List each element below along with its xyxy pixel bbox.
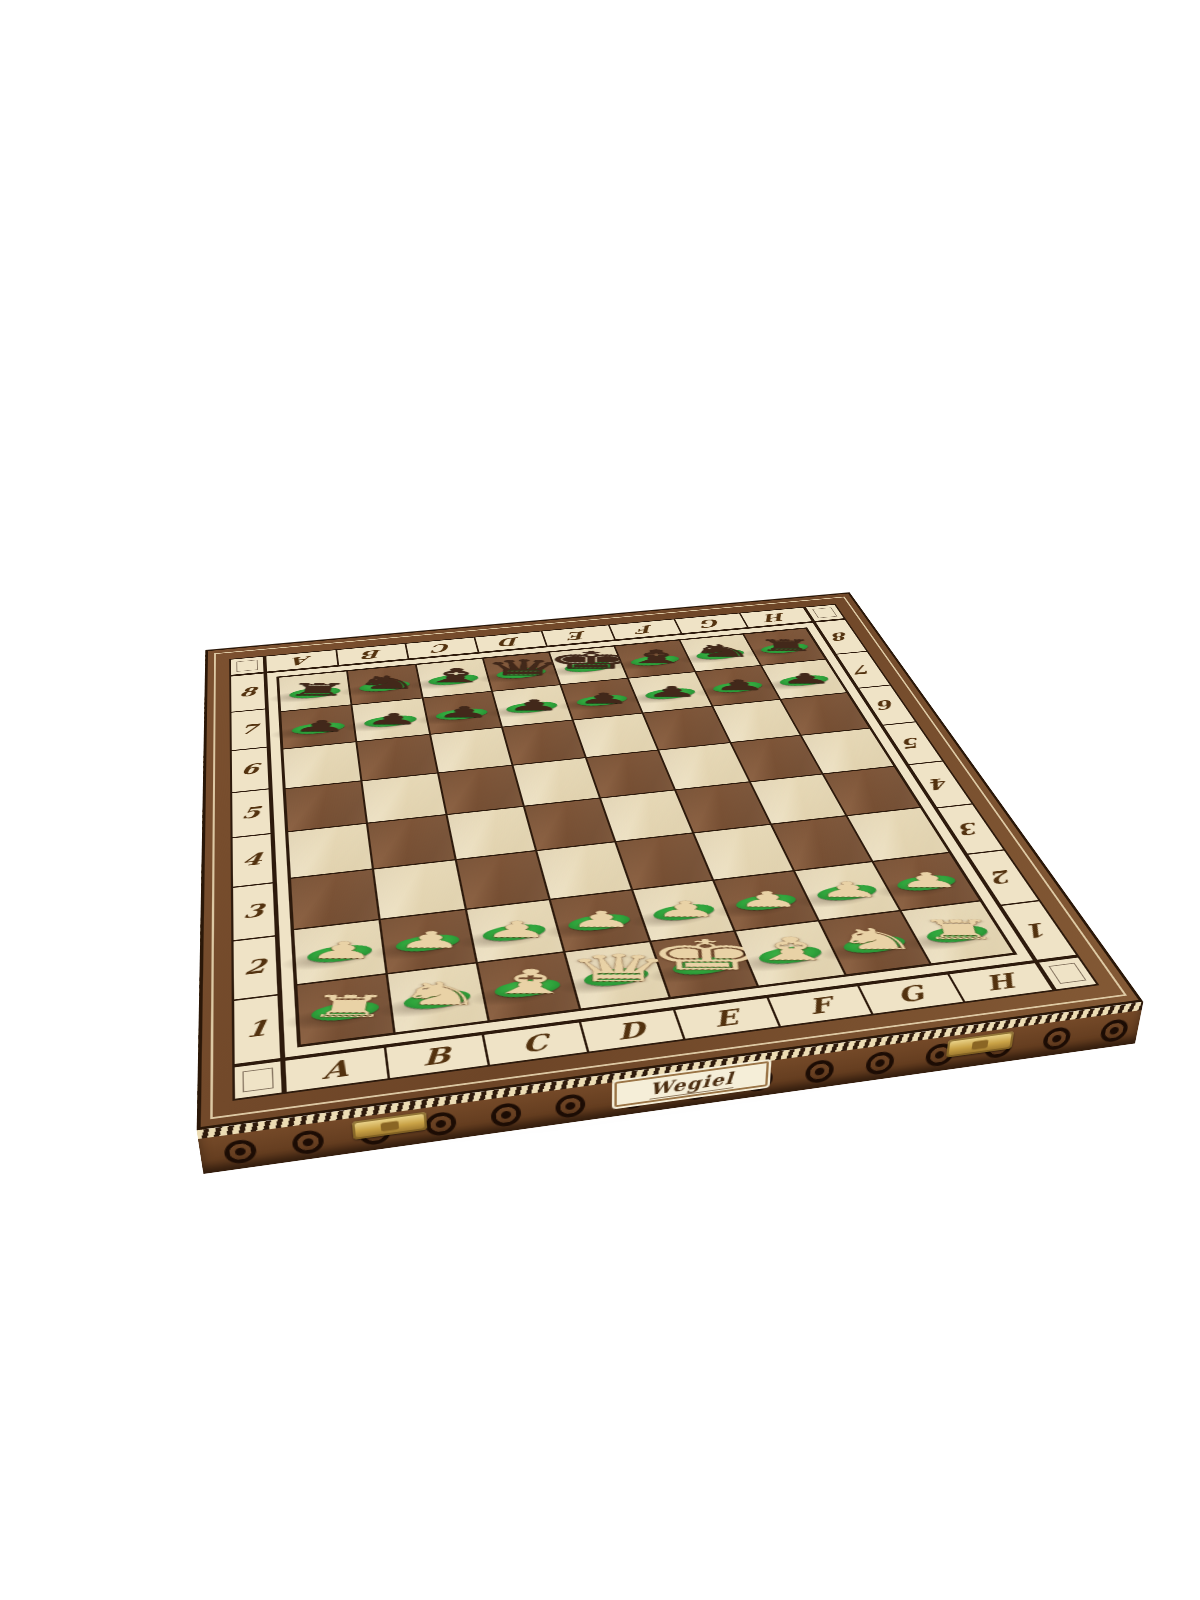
square-c6 [431,727,511,772]
white-bishop: ♝ [482,966,578,997]
coord-label-7: 7 [231,708,266,750]
black-pawn: ♟ [507,699,562,713]
coord-label-4: 4 [233,833,273,886]
green-felt-base [651,902,717,923]
coord-label-1: 1 [1001,900,1076,960]
square-f3 [695,825,792,879]
piece-shadow [280,1002,379,1035]
piece-shadow [540,914,633,942]
coord-glyph: 1 [244,1015,270,1042]
piece-shadow [789,884,882,911]
black-pawn: ♟ [778,672,833,685]
coord-glyph: 4 [928,775,953,793]
white-king: ♚ [645,936,769,974]
square-a5 [286,781,366,831]
coord-label-2: 2 [234,935,278,999]
square-c5 [439,766,523,814]
square-b8: ♞ [348,665,421,704]
square-e5 [587,750,674,797]
coord-label-6: 6 [232,747,269,792]
white-pawn: ♟ [306,941,378,962]
frame-corner-block [232,1059,284,1100]
green-felt-base [814,882,880,903]
piece-shadow [643,957,740,988]
coord-glyph: 3 [957,819,983,839]
coord-label-3: 3 [937,803,1003,853]
piece-shadow [465,979,563,1011]
square-d5 [513,758,599,806]
square-a8: ♜ [279,671,351,711]
piece-shadow [625,904,718,932]
coord-glyph: 3 [242,900,265,923]
coord-glyph: B [362,647,382,661]
square-h3 [848,808,949,860]
square-d3 [537,843,631,899]
square-c4 [447,807,535,859]
coord-glyph: D [616,1017,647,1045]
white-pawn: ♟ [734,890,802,910]
coord-glyph: 1 [1023,918,1053,941]
square-g2: ♟ [795,862,899,920]
green-felt-base [482,922,548,944]
white-pawn: ♟ [894,871,963,890]
green-felt-base [894,873,959,893]
coord-glyph: H [982,969,1019,995]
piece-shadow [278,945,372,975]
piece-shadow [454,924,548,953]
coord-glyph: A [322,1055,349,1085]
green-felt-base [582,965,651,989]
green-felt-base [733,892,799,913]
piece-shadow [374,990,472,1022]
coord-glyph: C [521,1029,548,1057]
frame-corner-block [1036,956,1099,991]
coord-glyph: G [700,617,722,630]
square-b5 [363,773,445,822]
square-c2: ♟ [466,900,562,962]
coord-glyph: 5 [901,734,924,751]
green-felt-base [670,955,739,978]
piece-shadow [870,875,962,902]
black-rook: ♜ [755,638,818,652]
black-pawn: ♟ [364,712,422,726]
square-c7: ♟ [423,692,500,734]
coord-glyph: H [764,611,788,624]
coord-label-E: E [673,998,778,1039]
square-e7: ♟ [561,679,641,719]
black-knight: ♞ [688,643,755,659]
square-a2: ♟ [294,920,386,984]
piece-shadow [708,894,801,922]
coord-label-1: 1 [234,994,280,1064]
square-d8: ♛ [484,653,560,691]
square-a3 [291,870,379,929]
square-a4 [288,824,372,878]
play-grid: ♜♞♝♛♚♝♞♜♟♟♟♟♟♟♟♟♟♟♟♟♟♟♟♟♜♞♝♛♚♝♞♜ [276,627,1017,1047]
coord-glyph: E [569,629,588,643]
white-knight: ♞ [394,980,487,1009]
green-felt-base [924,923,992,945]
coord-glyph: 8 [238,685,257,700]
square-a1: ♜ [297,974,393,1044]
black-bishop: ♝ [419,667,493,685]
coord-glyph: E [712,1005,741,1032]
green-felt-base [841,933,910,955]
square-g3 [772,817,871,870]
coord-label-C: C [482,1023,587,1065]
white-pawn: ♟ [395,930,465,951]
inner-frame: ♜♞♝♛♚♝♞♜♟♟♟♟♟♟♟♟♟♟♟♟♟♟♟♟♜♞♝♛♚♝♞♜ [265,622,1036,1060]
piece-shadow [555,968,653,999]
black-pawn: ♟ [712,679,767,692]
white-bishop: ♝ [744,934,840,963]
square-b3 [374,861,464,919]
white-pawn: ♟ [815,881,883,900]
green-felt-base [403,988,472,1013]
square-b6 [358,735,437,780]
coord-glyph: 6 [876,697,898,713]
square-h1: ♜ [901,901,1012,963]
coord-glyph: 6 [239,761,260,779]
square-h4 [824,767,920,815]
chess-board: ABCDEFGH ABCDEFGH 87654321 87654321 ♜♞♝♛… [197,592,1144,1130]
coord-label-3: 3 [233,882,275,940]
white-pawn: ♟ [653,900,720,920]
black-pawn: ♟ [645,685,699,698]
green-felt-base [756,944,825,967]
coord-glyph: A [292,654,312,668]
piece-shadow [815,936,912,966]
coord-label-8: 8 [231,674,265,712]
chess-set-photo: ABCDEFGH ABCDEFGH 87654321 87654321 ♜♞♝♛… [0,0,1200,1600]
white-rook: ♜ [916,918,1002,942]
green-felt-base [310,999,379,1024]
black-pawn: ♟ [436,705,492,719]
coord-glyph: D [500,635,520,649]
green-felt-base [306,942,372,965]
perspective-scene: ABCDEFGH ABCDEFGH 87654321 87654321 ♜♞♝♛… [0,0,1200,1600]
square-b1: ♞ [388,963,487,1032]
piece-shadow [367,934,461,963]
black-queen: ♛ [482,658,566,678]
square-b4 [368,815,454,868]
coord-glyph: 7 [852,662,873,676]
coord-label-5: 5 [232,788,270,837]
square-b7: ♟ [353,699,429,741]
square-d6 [503,720,585,764]
coord-glyph: B [423,1042,450,1071]
coord-glyph: 2 [989,866,1017,887]
square-e3 [617,834,712,889]
square-g1: ♞ [820,911,929,974]
square-c1: ♝ [477,953,578,1021]
coord-glyph: G [894,981,928,1008]
coord-glyph: F [805,993,833,1020]
square-a6 [283,742,360,788]
square-d4 [525,799,614,850]
square-g8: ♞ [680,635,760,672]
black-rook: ♜ [283,682,350,698]
white-rook: ♜ [303,993,392,1021]
coord-label-B: B [383,1035,487,1078]
coord-glyph: 8 [831,630,851,643]
square-c3 [456,852,548,909]
square-c8: ♝ [416,659,490,698]
coord-label-H: H [947,963,1052,1002]
piece-shadow [898,925,995,954]
square-e2: ♟ [633,881,733,941]
square-d2: ♟ [551,890,649,951]
square-e6 [574,713,657,756]
coord-label-2: 2 [968,849,1038,904]
coord-glyph: 4 [241,849,263,870]
square-e1: ♚ [651,932,756,997]
square-f1: ♝ [736,921,843,985]
white-pawn: ♟ [569,910,635,930]
coord-glyph: 7 [239,721,259,737]
black-knight: ♞ [351,674,422,691]
coord-glyph: F [636,623,654,636]
green-felt-base [493,976,562,1000]
square-d1: ♛ [565,942,668,1008]
coord-glyph: 5 [240,803,261,822]
square-d7: ♟ [493,685,572,726]
green-felt-base [395,932,461,954]
coord-label-F: F [766,986,871,1026]
square-b2: ♟ [381,910,475,973]
coord-label-D: D [578,1010,683,1052]
coord-glyph: C [433,641,451,655]
black-pawn: ♟ [577,692,631,705]
white-queen: ♛ [565,951,674,986]
square-h2: ♟ [873,853,979,910]
white-pawn: ♟ [483,920,551,941]
piece-shadow [729,946,826,976]
square-e4 [601,791,692,842]
black-pawn: ♟ [291,719,350,733]
coord-label-A: A [285,1048,387,1092]
square-a7: ♟ [281,705,355,748]
coord-label-G: G [857,975,962,1014]
coord-glyph: 2 [243,955,267,980]
white-knight: ♞ [831,926,922,953]
square-f2: ♟ [715,871,817,930]
green-felt-base [567,912,633,934]
